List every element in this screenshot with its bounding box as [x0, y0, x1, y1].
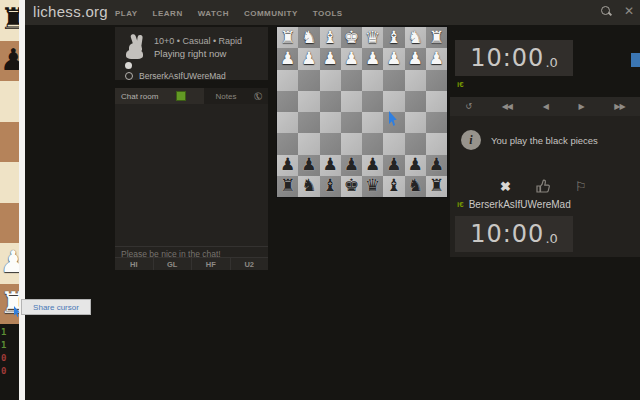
- white-pawn: ♟: [386, 50, 401, 67]
- black-player-panel-row: i€ BerserkAsIfUWereMad: [457, 199, 571, 210]
- black-bishop: ♝: [386, 177, 401, 194]
- white-pawn-partial: ♟: [0, 247, 19, 277]
- board-square[interactable]: ♟: [320, 155, 341, 176]
- board-square[interactable]: [298, 91, 319, 112]
- main-nav: PLAY LEARN WATCH COMMUNITY TOOLS: [115, 9, 343, 18]
- board-square[interactable]: ♟: [320, 48, 341, 69]
- chat-toggle-checkbox[interactable]: [176, 91, 186, 101]
- board-square[interactable]: [362, 70, 383, 91]
- info-icon: i: [461, 130, 481, 150]
- board-square[interactable]: ♟: [277, 48, 298, 69]
- background-board-square: [0, 122, 19, 163]
- board-square[interactable]: [320, 112, 341, 133]
- black-rook: ♜: [280, 177, 295, 194]
- board-square[interactable]: ♞: [405, 27, 426, 48]
- white-pawn: ♟: [365, 50, 380, 67]
- black-pawn: ♟: [429, 156, 444, 173]
- rapid-rabbit-icon: [125, 34, 147, 60]
- black-pawn: ♟: [301, 156, 316, 173]
- white-clock-tenths: .0: [545, 55, 557, 70]
- board-square[interactable]: ♟: [277, 155, 298, 176]
- white-pawn: ♟: [280, 50, 295, 67]
- white-clock: 10:00.0: [455, 40, 573, 76]
- previous-move-icon[interactable]: ◀: [543, 102, 548, 111]
- abort-game-icon[interactable]: ✖: [500, 179, 511, 194]
- resign-flag-icon[interactable]: ⚐: [575, 179, 587, 194]
- voice-chat-icon[interactable]: ✆: [245, 83, 270, 108]
- board-square[interactable]: [341, 70, 362, 91]
- board-square[interactable]: ♜: [426, 176, 447, 197]
- board-square[interactable]: [383, 70, 404, 91]
- board-square[interactable]: ♟: [383, 155, 404, 176]
- white-pawn: ♟: [344, 50, 359, 67]
- white-player-row[interactable]: [125, 62, 138, 69]
- background-board-square: [0, 81, 19, 122]
- board-square[interactable]: ♜: [277, 27, 298, 48]
- board-square[interactable]: [362, 112, 383, 133]
- white-knight: ♞: [408, 28, 423, 45]
- board-square[interactable]: ♜: [426, 27, 447, 48]
- black-pawn: ♟: [323, 156, 338, 173]
- board-square[interactable]: ♟: [362, 155, 383, 176]
- board-square[interactable]: [426, 70, 447, 91]
- background-board-square: [0, 203, 19, 244]
- chat-tabs: Chat room Notes ✆: [115, 88, 268, 104]
- board-square[interactable]: [426, 133, 447, 154]
- black-player-badge-icon: i€: [457, 200, 464, 209]
- board-square[interactable]: [426, 112, 447, 133]
- preset-hi-button[interactable]: HI: [115, 258, 154, 270]
- black-king: ♚: [344, 177, 359, 194]
- board-square[interactable]: [383, 91, 404, 112]
- board-square[interactable]: [320, 91, 341, 112]
- side-info-row: i You play the black pieces: [461, 130, 598, 150]
- chat-box: Chat room Notes ✆ Please be nice in the …: [115, 88, 268, 270]
- nav-play[interactable]: PLAY: [115, 9, 138, 18]
- tab-notes[interactable]: Notes: [204, 88, 248, 104]
- move-navigation-bar: ↺ ◀◀ ◀ ▶ ▶▶: [450, 97, 640, 116]
- background-board-square: ♜: [0, 0, 19, 41]
- board-square[interactable]: ♚: [341, 176, 362, 197]
- board-square[interactable]: ♟: [405, 155, 426, 176]
- background-board-square: [0, 162, 19, 203]
- board-square[interactable]: [341, 91, 362, 112]
- board-square[interactable]: ♝: [383, 27, 404, 48]
- lichess-game-screen: ♜♟♟♜ 1 1 0 0 lichess.org PLAY LEARN WATC…: [0, 0, 640, 400]
- white-clock-time: 10:00: [470, 44, 544, 72]
- board-square[interactable]: [405, 133, 426, 154]
- board-square[interactable]: ♟: [341, 48, 362, 69]
- black-pawn: ♟: [280, 156, 295, 173]
- next-move-icon[interactable]: ▶: [579, 102, 584, 111]
- black-player-row[interactable]: BerserkAsIfUWereMad: [125, 71, 226, 81]
- black-rook: ♜: [429, 177, 444, 194]
- nav-community[interactable]: COMMUNITY: [244, 9, 298, 18]
- board-square[interactable]: ♟: [341, 155, 362, 176]
- background-board-square: ♟: [0, 243, 19, 284]
- black-knight: ♞: [408, 177, 423, 194]
- white-player-badge-icon: i€: [457, 80, 464, 89]
- board-square[interactable]: [405, 112, 426, 133]
- black-player-panel-name[interactable]: BerserkAsIfUWereMad: [469, 199, 571, 210]
- black-pawn: ♟: [386, 156, 401, 173]
- board-square[interactable]: ♞: [298, 176, 319, 197]
- white-king: ♚: [344, 28, 359, 45]
- board-square[interactable]: ♟: [426, 48, 447, 69]
- board-square[interactable]: [383, 133, 404, 154]
- white-bishop: ♝: [323, 28, 338, 45]
- board-square[interactable]: ♞: [298, 27, 319, 48]
- board-square[interactable]: [277, 133, 298, 154]
- white-knight: ♞: [301, 28, 316, 45]
- background-clock-digits-red: 0 0: [1, 352, 19, 378]
- game-action-buttons: ✖ ⚐: [500, 178, 587, 194]
- board-square[interactable]: [277, 70, 298, 91]
- black-pawn: ♟: [408, 156, 423, 173]
- board-square[interactable]: [362, 91, 383, 112]
- white-queen: ♛: [365, 28, 380, 45]
- board-square[interactable]: [341, 133, 362, 154]
- background-clock-digits-green: 1 1: [1, 326, 19, 352]
- board-square[interactable]: [405, 70, 426, 91]
- white-rook: ♜: [280, 28, 295, 45]
- nav-learn[interactable]: LEARN: [153, 9, 183, 18]
- game-meta-box: 10+0 • Casual • Rapid Playing right now …: [115, 27, 268, 80]
- replay-cycle-icon[interactable]: ↺: [465, 102, 471, 111]
- board-square[interactable]: [405, 91, 426, 112]
- black-queen: ♛: [365, 177, 380, 194]
- board-square[interactable]: ♟: [426, 155, 447, 176]
- board-square[interactable]: [298, 133, 319, 154]
- board-square[interactable]: [277, 112, 298, 133]
- board-square[interactable]: [426, 91, 447, 112]
- search-icon[interactable]: [600, 5, 612, 17]
- board-square[interactable]: [298, 70, 319, 91]
- black-rook-partial: ♜: [0, 4, 19, 34]
- board-square[interactable]: [298, 112, 319, 133]
- white-pawn: ♟: [408, 50, 423, 67]
- black-pawn-partial: ♟: [0, 45, 19, 75]
- black-knight: ♞: [301, 177, 316, 194]
- board-square[interactable]: ♝: [320, 176, 341, 197]
- board-square[interactable]: ♚: [341, 27, 362, 48]
- background-window-clock: 1 1 0 0: [1, 326, 19, 378]
- board-square[interactable]: ♝: [320, 27, 341, 48]
- board-square[interactable]: ♟: [298, 48, 319, 69]
- tab-chat-room[interactable]: Chat room: [115, 88, 204, 104]
- preset-u2-button[interactable]: U2: [231, 258, 269, 270]
- board-square[interactable]: ♜: [277, 176, 298, 197]
- preset-gl-button[interactable]: GL: [154, 258, 193, 270]
- board-square[interactable]: ♝: [383, 176, 404, 197]
- close-icon[interactable]: ✕: [624, 5, 634, 17]
- board-square[interactable]: [362, 133, 383, 154]
- board-square[interactable]: [341, 112, 362, 133]
- chat-preset-buttons: HI GL HF U2: [115, 257, 268, 270]
- black-pawn: ♟: [344, 156, 359, 173]
- cut-off-blue-element: [631, 53, 640, 67]
- black-player-name: BerserkAsIfUWereMad: [139, 71, 226, 81]
- board-square[interactable]: [277, 91, 298, 112]
- color-assignment-message: You play the black pieces: [491, 135, 598, 146]
- header-icons: ✕: [600, 5, 634, 17]
- black-clock-time: 10:00: [470, 220, 544, 248]
- chess-board[interactable]: ♜♞♝♚♛♝♞♜♟♟♟♟♟♟♟♟♟♟♟♟♟♟♟♟♜♞♝♚♛♝♞♜: [277, 27, 447, 197]
- white-rook: ♜: [429, 28, 444, 45]
- offer-draw-thumb-icon[interactable]: [535, 178, 551, 194]
- background-board-square: ♜: [0, 284, 19, 325]
- board-square[interactable]: [320, 133, 341, 154]
- game-status-label: Playing right now: [154, 48, 226, 59]
- white-pawn: ♟: [323, 50, 338, 67]
- black-clock: 10:00.0: [455, 216, 573, 252]
- black-pawn: ♟: [365, 156, 380, 173]
- preset-hf-button[interactable]: HF: [192, 258, 231, 270]
- background-window-board-strip: ♜♟♟♜: [0, 0, 19, 324]
- black-clock-tenths: .0: [545, 231, 557, 246]
- white-pawn: ♟: [301, 50, 316, 67]
- nav-tools[interactable]: TOOLS: [313, 9, 343, 18]
- board-square[interactable]: ♞: [405, 176, 426, 197]
- lichess-logo[interactable]: lichess.org: [33, 3, 108, 20]
- chat-room-label: Chat room: [121, 92, 158, 101]
- board-square[interactable]: ♟: [383, 48, 404, 69]
- last-move-icon[interactable]: ▶▶: [614, 102, 624, 111]
- time-control-label: 10+0 • Casual • Rapid: [154, 36, 242, 46]
- window-edge-divider: [19, 0, 25, 400]
- black-color-icon: [125, 72, 133, 80]
- white-bishop: ♝: [386, 28, 401, 45]
- board-square[interactable]: ♟: [362, 48, 383, 69]
- board-square[interactable]: ♛: [362, 176, 383, 197]
- background-board-square: ♟: [0, 41, 19, 82]
- board-square[interactable]: ♛: [362, 27, 383, 48]
- board-square[interactable]: ♟: [405, 48, 426, 69]
- black-bishop: ♝: [323, 177, 338, 194]
- board-square[interactable]: ♟: [298, 155, 319, 176]
- share-cursor-tooltip: Share cursor: [21, 299, 91, 315]
- nav-watch[interactable]: WATCH: [198, 9, 229, 18]
- first-move-icon[interactable]: ◀◀: [502, 102, 512, 111]
- white-color-icon: [125, 62, 132, 69]
- top-nav-bar: lichess.org PLAY LEARN WATCH COMMUNITY T…: [25, 0, 640, 25]
- white-pawn: ♟: [429, 50, 444, 67]
- board-square[interactable]: [320, 70, 341, 91]
